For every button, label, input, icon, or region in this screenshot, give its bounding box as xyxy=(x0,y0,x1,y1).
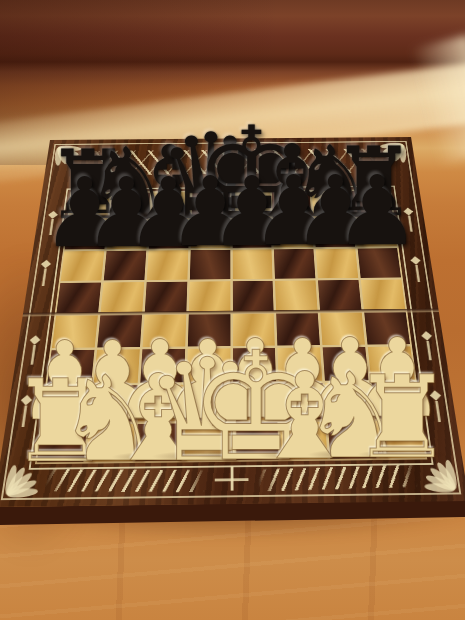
pieces-layer: ♜♞♝♛♚♝♞♜♟♟♟♟♟♟♟♟♟♟♟♟♟♟♟♟♜♞♝♛♚♝♞♜ xyxy=(0,0,465,620)
chess-photo-scene: Angled overhead photo of a wooden foldin… xyxy=(0,0,465,620)
piece-black-pawn-h7[interactable]: ♟ xyxy=(334,164,420,260)
piece-white-rook-h1[interactable]: ♜ xyxy=(351,360,453,474)
